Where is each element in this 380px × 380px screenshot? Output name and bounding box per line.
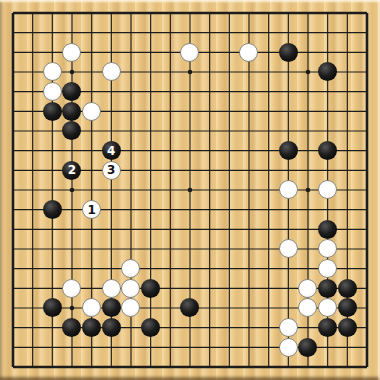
move-4-stone: 4 bbox=[102, 141, 121, 160]
black-stone bbox=[338, 279, 357, 298]
black-stone bbox=[62, 318, 81, 337]
move-number-label: 2 bbox=[68, 164, 76, 176]
black-stone bbox=[102, 298, 121, 317]
white-stone bbox=[62, 43, 81, 62]
move-number-label: 1 bbox=[87, 204, 95, 216]
black-stone bbox=[318, 62, 337, 81]
move-1-stone: 1 bbox=[82, 200, 101, 219]
black-stone bbox=[43, 298, 62, 317]
white-stone bbox=[62, 279, 81, 298]
white-stone bbox=[318, 259, 337, 278]
white-stone bbox=[279, 338, 298, 357]
white-stone bbox=[298, 298, 317, 317]
black-stone bbox=[102, 318, 121, 337]
black-stone bbox=[318, 279, 337, 298]
move-2-stone: 2 bbox=[62, 161, 81, 180]
go-board[interactable]: 4231 bbox=[0, 0, 380, 380]
black-stone bbox=[43, 200, 62, 219]
white-stone bbox=[279, 180, 298, 199]
white-stone bbox=[239, 43, 258, 62]
black-stone bbox=[318, 318, 337, 337]
white-stone bbox=[298, 279, 317, 298]
white-stone bbox=[318, 239, 337, 258]
black-stone bbox=[318, 220, 337, 239]
black-stone bbox=[279, 43, 298, 62]
white-stone bbox=[279, 318, 298, 337]
white-stone bbox=[82, 102, 101, 121]
white-stone bbox=[82, 298, 101, 317]
black-stone bbox=[82, 318, 101, 337]
black-stone bbox=[298, 338, 317, 357]
white-stone bbox=[121, 259, 140, 278]
white-stone bbox=[102, 279, 121, 298]
white-stone bbox=[279, 239, 298, 258]
white-stone bbox=[180, 43, 199, 62]
black-stone bbox=[62, 121, 81, 140]
black-stone bbox=[141, 279, 160, 298]
move-number-label: 4 bbox=[107, 145, 115, 157]
black-stone bbox=[62, 102, 81, 121]
stones-layer: 4231 bbox=[3, 3, 376, 376]
black-stone bbox=[338, 318, 357, 337]
white-stone bbox=[102, 62, 121, 81]
white-stone bbox=[318, 180, 337, 199]
black-stone bbox=[62, 82, 81, 101]
white-stone bbox=[121, 279, 140, 298]
move-number-label: 3 bbox=[107, 164, 115, 176]
white-stone bbox=[43, 82, 62, 101]
black-stone bbox=[43, 102, 62, 121]
black-stone bbox=[338, 298, 357, 317]
black-stone bbox=[141, 318, 160, 337]
black-stone bbox=[180, 298, 199, 317]
white-stone bbox=[121, 298, 140, 317]
black-stone bbox=[279, 141, 298, 160]
black-stone bbox=[318, 141, 337, 160]
white-stone bbox=[43, 62, 62, 81]
white-stone bbox=[318, 298, 337, 317]
move-3-stone: 3 bbox=[102, 161, 121, 180]
